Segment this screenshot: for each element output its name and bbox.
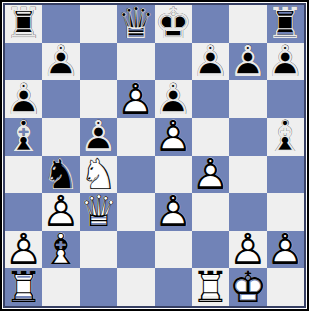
piece-fill: ♟	[80, 118, 117, 156]
square-b5[interactable]	[42, 118, 79, 156]
square-c1[interactable]	[80, 268, 117, 306]
chess-board: ♜♖♛♕♚♔♜♖♟♙♟♙♟♙♟♙♟♙♟♙♟♙♝♗♟♙♟♙♝♗♞♘♞♘♟♙♟♙♛♕…	[5, 5, 304, 306]
square-a7[interactable]	[5, 43, 42, 81]
piece-fill: ♟	[229, 43, 266, 81]
square-a5[interactable]: ♝♗	[5, 118, 42, 156]
black-pawn-b7[interactable]: ♟♙	[42, 43, 79, 81]
square-d8[interactable]: ♛♕	[117, 5, 154, 43]
white-pawn-a2[interactable]: ♟♙	[5, 231, 42, 269]
piece-outline: ♙	[155, 118, 192, 156]
square-e1[interactable]	[155, 268, 192, 306]
square-f8[interactable]	[192, 5, 229, 43]
piece-outline: ♘	[42, 156, 79, 194]
square-c4[interactable]: ♞♘	[80, 156, 117, 194]
piece-fill: ♟	[42, 193, 79, 231]
black-bishop-a5[interactable]: ♝♗	[5, 118, 42, 156]
square-c6[interactable]	[80, 80, 117, 118]
square-b7[interactable]: ♟♙	[42, 43, 79, 81]
square-h5[interactable]: ♝♗	[267, 118, 304, 156]
white-pawn-e5[interactable]: ♟♙	[155, 118, 192, 156]
square-e5[interactable]: ♟♙	[155, 118, 192, 156]
black-pawn-e6[interactable]: ♟♙	[155, 80, 192, 118]
square-c7[interactable]	[80, 43, 117, 81]
piece-outline: ♙	[5, 80, 42, 118]
piece-fill: ♚	[155, 5, 192, 43]
black-knight-b4[interactable]: ♞♘	[42, 156, 79, 194]
square-b4[interactable]: ♞♘	[42, 156, 79, 194]
square-a1[interactable]: ♜♖	[5, 268, 42, 306]
square-h7[interactable]: ♟♙	[267, 43, 304, 81]
piece-fill: ♛	[117, 5, 154, 43]
square-h1[interactable]	[267, 268, 304, 306]
black-bishop-h5[interactable]: ♝♗	[267, 118, 304, 156]
piece-outline: ♕	[80, 193, 117, 231]
piece-outline: ♔	[229, 268, 266, 306]
piece-outline: ♙	[267, 43, 304, 81]
piece-fill: ♟	[155, 193, 192, 231]
black-king-e8[interactable]: ♚♔	[155, 5, 192, 43]
square-d7[interactable]	[117, 43, 154, 81]
square-g5[interactable]	[229, 118, 266, 156]
square-a3[interactable]	[5, 193, 42, 231]
square-e2[interactable]	[155, 231, 192, 269]
square-e4[interactable]	[155, 156, 192, 194]
square-d3[interactable]	[117, 193, 154, 231]
piece-fill: ♜	[5, 268, 42, 306]
piece-fill: ♜	[192, 268, 229, 306]
piece-fill: ♟	[267, 43, 304, 81]
board-frame-line: ♜♖♛♕♚♔♜♖♟♙♟♙♟♙♟♙♟♙♟♙♟♙♝♗♟♙♟♙♝♗♞♘♞♘♟♙♟♙♛♕…	[2, 2, 307, 309]
piece-fill: ♟	[42, 43, 79, 81]
white-pawn-e3[interactable]: ♟♙	[155, 193, 192, 231]
square-f2[interactable]	[192, 231, 229, 269]
piece-outline: ♙	[267, 231, 304, 269]
square-c8[interactable]	[80, 5, 117, 43]
square-a8[interactable]: ♜♖	[5, 5, 42, 43]
black-pawn-c5[interactable]: ♟♙	[80, 118, 117, 156]
piece-outline: ♙	[117, 80, 154, 118]
piece-outline: ♗	[42, 231, 79, 269]
square-h8[interactable]: ♜♖	[267, 5, 304, 43]
square-g3[interactable]	[229, 193, 266, 231]
square-a2[interactable]: ♟♙	[5, 231, 42, 269]
square-b3[interactable]: ♟♙	[42, 193, 79, 231]
piece-outline: ♘	[80, 156, 117, 194]
piece-fill: ♛	[80, 193, 117, 231]
piece-fill: ♟	[5, 80, 42, 118]
square-h4[interactable]	[267, 156, 304, 194]
piece-outline: ♙	[155, 80, 192, 118]
square-g2[interactable]: ♟♙	[229, 231, 266, 269]
piece-outline: ♖	[5, 5, 42, 43]
square-d5[interactable]	[117, 118, 154, 156]
square-c3[interactable]: ♛♕	[80, 193, 117, 231]
board-frame-inner: ♜♖♛♕♚♔♜♖♟♙♟♙♟♙♟♙♟♙♟♙♟♙♝♗♟♙♟♙♝♗♞♘♞♘♟♙♟♙♛♕…	[3, 3, 306, 308]
piece-fill: ♟	[229, 231, 266, 269]
square-e8[interactable]: ♚♔	[155, 5, 192, 43]
white-pawn-b3[interactable]: ♟♙	[42, 193, 79, 231]
white-knight-c4[interactable]: ♞♘	[80, 156, 117, 194]
piece-outline: ♔	[155, 5, 192, 43]
square-b1[interactable]	[42, 268, 79, 306]
square-h6[interactable]	[267, 80, 304, 118]
piece-outline: ♗	[267, 118, 304, 156]
square-d4[interactable]	[117, 156, 154, 194]
square-g7[interactable]: ♟♙	[229, 43, 266, 81]
piece-outline: ♙	[80, 118, 117, 156]
piece-outline: ♙	[192, 43, 229, 81]
square-b8[interactable]	[42, 5, 79, 43]
square-c2[interactable]	[80, 231, 117, 269]
piece-fill: ♟	[117, 80, 154, 118]
square-b6[interactable]	[42, 80, 79, 118]
square-f3[interactable]	[192, 193, 229, 231]
piece-outline: ♙	[229, 231, 266, 269]
square-f5[interactable]	[192, 118, 229, 156]
black-pawn-h7[interactable]: ♟♙	[267, 43, 304, 81]
piece-outline: ♖	[192, 268, 229, 306]
piece-fill: ♟	[267, 231, 304, 269]
piece-fill: ♞	[42, 156, 79, 194]
square-d6[interactable]: ♟♙	[117, 80, 154, 118]
white-pawn-g2[interactable]: ♟♙	[229, 231, 266, 269]
square-f7[interactable]: ♟♙	[192, 43, 229, 81]
piece-fill: ♝	[42, 231, 79, 269]
piece-outline: ♙	[5, 231, 42, 269]
square-b2[interactable]: ♝♗	[42, 231, 79, 269]
square-e3[interactable]: ♟♙	[155, 193, 192, 231]
white-queen-c3[interactable]: ♛♕	[80, 193, 117, 231]
piece-outline: ♙	[155, 193, 192, 231]
board-frame-outer: ♜♖♛♕♚♔♜♖♟♙♟♙♟♙♟♙♟♙♟♙♟♙♝♗♟♙♟♙♝♗♞♘♞♘♟♙♟♙♛♕…	[0, 0, 309, 311]
piece-fill: ♟	[155, 118, 192, 156]
square-g4[interactable]	[229, 156, 266, 194]
piece-outline: ♙	[42, 193, 79, 231]
square-g6[interactable]	[229, 80, 266, 118]
piece-fill: ♝	[267, 118, 304, 156]
white-pawn-d6[interactable]: ♟♙	[117, 80, 154, 118]
piece-outline: ♗	[5, 118, 42, 156]
square-d2[interactable]	[117, 231, 154, 269]
black-queen-d8[interactable]: ♛♕	[117, 5, 154, 43]
square-g8[interactable]	[229, 5, 266, 43]
black-rook-a8[interactable]: ♜♖	[5, 5, 42, 43]
piece-fill: ♜	[5, 5, 42, 43]
piece-fill: ♟	[192, 43, 229, 81]
white-rook-a1[interactable]: ♜♖	[5, 268, 42, 306]
black-pawn-g7[interactable]: ♟♙	[229, 43, 266, 81]
white-pawn-f4[interactable]: ♟♙	[192, 156, 229, 194]
square-f6[interactable]	[192, 80, 229, 118]
piece-fill: ♟	[155, 80, 192, 118]
piece-outline: ♖	[5, 268, 42, 306]
piece-fill: ♚	[229, 268, 266, 306]
square-f4[interactable]: ♟♙	[192, 156, 229, 194]
piece-outline: ♖	[267, 5, 304, 43]
white-king-g1[interactable]: ♚♔	[229, 268, 266, 306]
piece-outline: ♙	[42, 43, 79, 81]
square-d1[interactable]	[117, 268, 154, 306]
white-bishop-b2[interactable]: ♝♗	[42, 231, 79, 269]
square-c5[interactable]: ♟♙	[80, 118, 117, 156]
square-f1[interactable]: ♜♖	[192, 268, 229, 306]
square-h2[interactable]: ♟♙	[267, 231, 304, 269]
piece-outline: ♙	[192, 156, 229, 194]
black-pawn-f7[interactable]: ♟♙	[192, 43, 229, 81]
square-h3[interactable]	[267, 193, 304, 231]
black-rook-h8[interactable]: ♜♖	[267, 5, 304, 43]
piece-fill: ♟	[5, 231, 42, 269]
square-g1[interactable]: ♚♔	[229, 268, 266, 306]
square-e6[interactable]: ♟♙	[155, 80, 192, 118]
square-e7[interactable]	[155, 43, 192, 81]
white-rook-f1[interactable]: ♜♖	[192, 268, 229, 306]
piece-fill: ♞	[80, 156, 117, 194]
piece-fill: ♝	[5, 118, 42, 156]
piece-outline: ♙	[229, 43, 266, 81]
piece-fill: ♜	[267, 5, 304, 43]
black-pawn-a6[interactable]: ♟♙	[5, 80, 42, 118]
square-a6[interactable]: ♟♙	[5, 80, 42, 118]
white-pawn-h2[interactable]: ♟♙	[267, 231, 304, 269]
piece-fill: ♟	[192, 156, 229, 194]
square-a4[interactable]	[5, 156, 42, 194]
piece-outline: ♕	[117, 5, 154, 43]
